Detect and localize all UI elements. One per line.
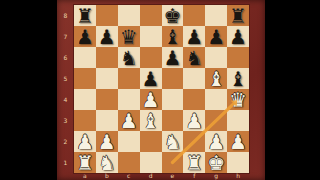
rank-label-5: 5 [57,68,74,89]
file-label-c: c [118,171,140,180]
square-g3[interactable] [205,110,227,131]
square-e4[interactable] [162,89,184,110]
piece-white-pawn-g2[interactable]: ♟ [207,131,225,151]
square-h3[interactable] [227,110,249,131]
piece-white-pawn-b2[interactable]: ♟ [98,131,116,151]
square-g5[interactable]: ♝ [205,68,227,89]
square-h1[interactable] [227,152,249,173]
piece-black-pawn-g7[interactable]: ♟ [207,26,225,46]
square-c2[interactable] [118,131,140,152]
square-a2[interactable]: ♟ [74,131,96,152]
square-h8[interactable]: ♜ [227,5,249,26]
square-d2[interactable] [140,131,162,152]
piece-white-rook-f1[interactable]: ♜ [185,152,203,172]
file-label-h: h [227,171,249,180]
square-b5[interactable] [96,68,118,89]
file-labels: abcdefgh [74,171,249,180]
piece-white-pawn-a2[interactable]: ♟ [76,131,94,151]
piece-black-pawn-d5[interactable]: ♟ [142,68,160,88]
square-g1[interactable]: ♚ [205,152,227,173]
square-e5[interactable] [162,68,184,89]
file-label-f: f [183,171,205,180]
square-d6[interactable] [140,47,162,68]
rank-label-2: 2 [57,131,74,152]
square-c8[interactable] [118,5,140,26]
square-b1[interactable]: ♞ [96,152,118,173]
piece-white-queen-h4[interactable]: ♛ [229,89,247,109]
rank-label-4: 4 [57,89,74,110]
square-b7[interactable]: ♟ [96,26,118,47]
file-label-d: d [140,171,162,180]
rank-label-3: 3 [57,110,74,131]
square-h6[interactable] [227,47,249,68]
piece-black-knight-f6[interactable]: ♞ [185,47,203,67]
file-label-a: a [74,171,96,180]
piece-white-pawn-h2[interactable]: ♟ [229,131,247,151]
square-d1[interactable] [140,152,162,173]
square-d4[interactable]: ♟ [140,89,162,110]
rank-label-1: 1 [57,152,74,173]
square-d3[interactable]: ♝ [140,110,162,131]
square-b3[interactable] [96,110,118,131]
square-g4[interactable] [205,89,227,110]
square-g7[interactable]: ♟ [205,26,227,47]
piece-black-rook-h8[interactable]: ♜ [229,5,247,25]
piece-black-pawn-a7[interactable]: ♟ [76,26,94,46]
piece-white-pawn-c3[interactable]: ♟ [120,110,138,130]
square-f4[interactable] [183,89,205,110]
square-h2[interactable]: ♟ [227,131,249,152]
square-d5[interactable]: ♟ [140,68,162,89]
square-e7[interactable]: ♝ [162,26,184,47]
piece-black-bishop-h5[interactable]: ♝ [229,68,247,88]
square-b8[interactable] [96,5,118,26]
square-a7[interactable]: ♟ [74,26,96,47]
square-a8[interactable]: ♜ [74,5,96,26]
piece-white-knight-e2[interactable]: ♞ [163,131,181,151]
square-f3[interactable]: ♟ [183,110,205,131]
piece-black-pawn-e6[interactable]: ♟ [163,47,181,67]
square-g2[interactable]: ♟ [205,131,227,152]
piece-white-knight-b1[interactable]: ♞ [98,152,116,172]
piece-black-pawn-b7[interactable]: ♟ [98,26,116,46]
square-f1[interactable]: ♜ [183,152,205,173]
square-c3[interactable]: ♟ [118,110,140,131]
piece-black-king-e8[interactable]: ♚ [163,5,181,25]
piece-black-pawn-h7[interactable]: ♟ [229,26,247,46]
piece-black-queen-c7[interactable]: ♛ [120,26,138,46]
square-g8[interactable] [205,5,227,26]
piece-white-pawn-f3[interactable]: ♟ [185,110,203,130]
square-a3[interactable] [74,110,96,131]
square-a1[interactable]: ♜ [74,152,96,173]
square-a6[interactable] [74,47,96,68]
square-f7[interactable]: ♟ [183,26,205,47]
rank-label-7: 7 [57,26,74,47]
piece-white-bishop-g5[interactable]: ♝ [207,68,225,88]
piece-black-rook-a8[interactable]: ♜ [76,5,94,25]
square-e1[interactable] [162,152,184,173]
square-f6[interactable]: ♞ [183,47,205,68]
piece-black-knight-c6[interactable]: ♞ [120,47,138,67]
piece-black-pawn-f7[interactable]: ♟ [185,26,203,46]
square-h5[interactable]: ♝ [227,68,249,89]
screenshot-stage: 87654321 ♜♚♜♟♟♛♝♟♟♟♞♟♞♟♝♝♟♛♟♝♟♟♟♞♟♟♜♞♜♚ … [0,0,320,180]
square-f2[interactable] [183,131,205,152]
square-b2[interactable]: ♟ [96,131,118,152]
square-d7[interactable] [140,26,162,47]
rank-labels: 87654321 [57,5,74,173]
square-b4[interactable] [96,89,118,110]
rank-label-8: 8 [57,5,74,26]
square-e8[interactable]: ♚ [162,5,184,26]
square-e6[interactable]: ♟ [162,47,184,68]
square-f5[interactable] [183,68,205,89]
piece-black-bishop-e7[interactable]: ♝ [163,26,181,46]
board[interactable]: ♜♚♜♟♟♛♝♟♟♟♞♟♞♟♝♝♟♛♟♝♟♟♟♞♟♟♜♞♜♚ [74,5,249,173]
piece-white-king-g1[interactable]: ♚ [207,152,225,172]
square-h7[interactable]: ♟ [227,26,249,47]
piece-white-pawn-d4[interactable]: ♟ [142,89,160,109]
square-a5[interactable] [74,68,96,89]
square-d8[interactable] [140,5,162,26]
square-c4[interactable] [118,89,140,110]
square-e3[interactable] [162,110,184,131]
square-e2[interactable]: ♞ [162,131,184,152]
square-c1[interactable] [118,152,140,173]
square-h4[interactable]: ♛ [227,89,249,110]
square-c7[interactable]: ♛ [118,26,140,47]
square-a4[interactable] [74,89,96,110]
file-label-b: b [96,171,118,180]
file-label-e: e [162,171,184,180]
file-label-g: g [205,171,227,180]
square-c6[interactable]: ♞ [118,47,140,68]
square-f8[interactable] [183,5,205,26]
piece-white-rook-a1[interactable]: ♜ [76,152,94,172]
square-b6[interactable] [96,47,118,68]
square-g6[interactable] [205,47,227,68]
square-c5[interactable] [118,68,140,89]
piece-white-bishop-d3[interactable]: ♝ [142,110,160,130]
rank-label-6: 6 [57,47,74,68]
